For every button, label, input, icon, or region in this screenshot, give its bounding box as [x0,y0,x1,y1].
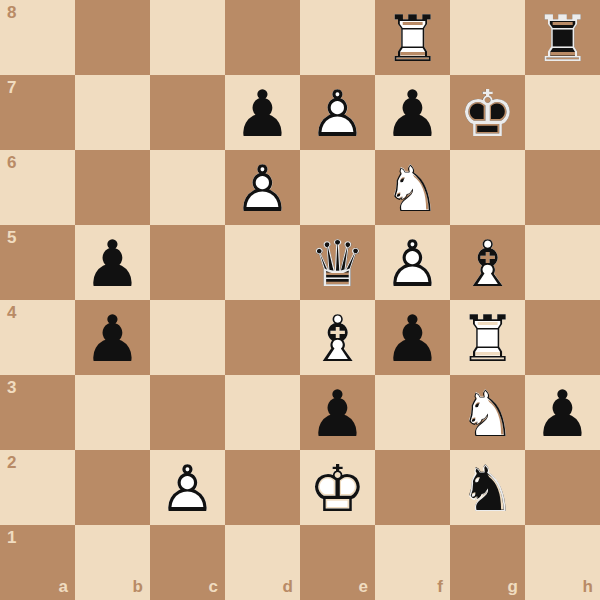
square-c2[interactable]: ♟♙ [150,450,225,525]
square-c6[interactable] [150,150,225,225]
square-f7[interactable]: ♟ [375,75,450,150]
square-b7[interactable] [75,75,150,150]
file-label-b: b [133,578,143,595]
piece-black-pawn[interactable]: ♟ [525,375,600,450]
piece-black-knight[interactable]: ♞♘ [450,450,525,525]
file-label-d: d [283,578,293,595]
rank-label-2: 2 [7,454,16,471]
rank-label-5: 5 [7,229,16,246]
square-b1[interactable]: b [75,525,150,600]
white-king-outline-icon: ♔ [300,450,375,525]
square-c8[interactable] [150,0,225,75]
piece-white-rook[interactable]: ♜♖ [375,0,450,75]
piece-white-knight[interactable]: ♞♘ [375,150,450,225]
piece-black-pawn[interactable]: ♟ [75,300,150,375]
piece-black-queen[interactable]: ♛♕ [300,225,375,300]
black-rook-outline-icon: ♖ [525,0,600,75]
piece-white-pawn[interactable]: ♟♙ [150,450,225,525]
file-label-h: h [583,578,593,595]
white-bishop-outline-icon: ♗ [300,300,375,375]
square-a5[interactable]: 5 [0,225,75,300]
file-label-g: g [508,578,518,595]
piece-white-king[interactable]: ♚♔ [300,450,375,525]
piece-white-pawn[interactable]: ♟♙ [300,75,375,150]
white-pawn-outline-icon: ♙ [150,450,225,525]
square-b2[interactable] [75,450,150,525]
square-h8[interactable]: ♜♖ [525,0,600,75]
black-queen-outline-icon: ♕ [300,225,375,300]
piece-black-pawn[interactable]: ♟ [225,75,300,150]
square-f6[interactable]: ♞♘ [375,150,450,225]
black-pawn-icon: ♟ [300,375,375,450]
square-a8[interactable]: 8 [0,0,75,75]
piece-white-pawn[interactable]: ♟♙ [375,225,450,300]
square-d8[interactable] [225,0,300,75]
square-h2[interactable] [525,450,600,525]
black-pawn-icon: ♟ [75,225,150,300]
square-b5[interactable]: ♟ [75,225,150,300]
piece-black-pawn[interactable]: ♟ [75,225,150,300]
chess-board: 8♜♖♜♖7♟♟♙♟♚♔6♟♙♞♘5♟♛♕♟♙♝♗4♟♝♗♟♜♖3♟♞♘♟2♟♙… [0,0,600,600]
square-c4[interactable] [150,300,225,375]
square-d3[interactable] [225,375,300,450]
piece-black-pawn[interactable]: ♟ [300,375,375,450]
square-g4[interactable]: ♜♖ [450,300,525,375]
piece-white-bishop[interactable]: ♝♗ [450,225,525,300]
white-bishop-outline-icon: ♗ [450,225,525,300]
square-f5[interactable]: ♟♙ [375,225,450,300]
piece-white-rook[interactable]: ♜♖ [450,300,525,375]
file-label-f: f [437,578,443,595]
file-label-c: c [209,578,218,595]
square-f2[interactable] [375,450,450,525]
square-e7[interactable]: ♟♙ [300,75,375,150]
square-d6[interactable]: ♟♙ [225,150,300,225]
square-b4[interactable]: ♟ [75,300,150,375]
black-pawn-icon: ♟ [375,75,450,150]
square-e2[interactable]: ♚♔ [300,450,375,525]
square-g7[interactable]: ♚♔ [450,75,525,150]
square-d5[interactable] [225,225,300,300]
square-h3[interactable]: ♟ [525,375,600,450]
piece-black-king[interactable]: ♚♔ [450,75,525,150]
square-c3[interactable] [150,375,225,450]
rank-label-7: 7 [7,79,16,96]
square-e3[interactable]: ♟ [300,375,375,450]
square-a4[interactable]: 4 [0,300,75,375]
piece-white-knight[interactable]: ♞♘ [450,375,525,450]
rank-label-4: 4 [7,304,16,321]
square-d4[interactable] [225,300,300,375]
rank-label-1: 1 [7,529,16,546]
square-h6[interactable] [525,150,600,225]
piece-white-bishop[interactable]: ♝♗ [300,300,375,375]
square-a6[interactable]: 6 [0,150,75,225]
square-e1[interactable]: e [300,525,375,600]
square-g8[interactable] [450,0,525,75]
square-h5[interactable] [525,225,600,300]
square-g2[interactable]: ♞♘ [450,450,525,525]
rank-label-8: 8 [7,4,16,21]
square-b6[interactable] [75,150,150,225]
white-pawn-outline-icon: ♙ [225,150,300,225]
black-knight-outline-icon: ♘ [450,450,525,525]
square-e4[interactable]: ♝♗ [300,300,375,375]
square-e6[interactable] [300,150,375,225]
square-f1[interactable]: f [375,525,450,600]
square-d7[interactable]: ♟ [225,75,300,150]
black-pawn-icon: ♟ [225,75,300,150]
square-g1[interactable]: g [450,525,525,600]
square-b3[interactable] [75,375,150,450]
square-c7[interactable] [150,75,225,150]
square-c1[interactable]: c [150,525,225,600]
black-king-outline-icon: ♔ [450,75,525,150]
piece-black-pawn[interactable]: ♟ [375,75,450,150]
white-knight-outline-icon: ♘ [450,375,525,450]
square-d2[interactable] [225,450,300,525]
square-f8[interactable]: ♜♖ [375,0,450,75]
square-a2[interactable]: 2 [0,450,75,525]
piece-black-pawn[interactable]: ♟ [375,300,450,375]
square-b8[interactable] [75,0,150,75]
rank-label-6: 6 [7,154,16,171]
file-label-a: a [59,578,68,595]
square-f4[interactable]: ♟ [375,300,450,375]
white-rook-outline-icon: ♖ [375,0,450,75]
file-label-e: e [359,578,368,595]
piece-black-rook[interactable]: ♜♖ [525,0,600,75]
square-g5[interactable]: ♝♗ [450,225,525,300]
black-pawn-icon: ♟ [75,300,150,375]
square-f3[interactable] [375,375,450,450]
black-pawn-icon: ♟ [375,300,450,375]
square-a7[interactable]: 7 [0,75,75,150]
square-e8[interactable] [300,0,375,75]
square-c5[interactable] [150,225,225,300]
square-h7[interactable] [525,75,600,150]
white-pawn-outline-icon: ♙ [300,75,375,150]
rank-label-3: 3 [7,379,16,396]
square-a1[interactable]: 1a [0,525,75,600]
square-g3[interactable]: ♞♘ [450,375,525,450]
square-d1[interactable]: d [225,525,300,600]
square-h4[interactable] [525,300,600,375]
white-rook-outline-icon: ♖ [450,300,525,375]
square-e5[interactable]: ♛♕ [300,225,375,300]
square-a3[interactable]: 3 [0,375,75,450]
square-h1[interactable]: h [525,525,600,600]
white-pawn-outline-icon: ♙ [375,225,450,300]
piece-white-pawn[interactable]: ♟♙ [225,150,300,225]
black-pawn-icon: ♟ [525,375,600,450]
square-g6[interactable] [450,150,525,225]
white-knight-outline-icon: ♘ [375,150,450,225]
